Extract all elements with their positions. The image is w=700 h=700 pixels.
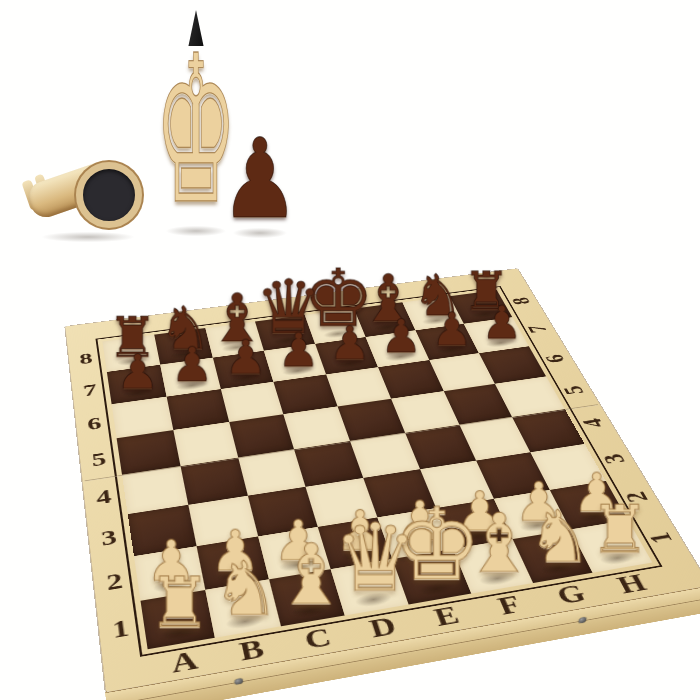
- rank-label-left-5: 5: [78, 439, 120, 481]
- black-pawn[interactable]: ♟: [171, 343, 214, 388]
- white-rook[interactable]: ♜: [590, 498, 650, 561]
- rank-label-left-4: 4: [82, 475, 125, 520]
- rank-label-left-1: 1: [97, 601, 146, 657]
- chessboard: ♜♞♝♛♚♝♞♜♟♟♟♟♟♟♟♟♟♟♟♟♟♟♟♟♜♞♝♛♚♝♞♜ ABCDEFG…: [65, 269, 700, 692]
- black-pawn[interactable]: ♟: [117, 350, 160, 396]
- square-c5[interactable]: [229, 414, 295, 457]
- white-rook[interactable]: ♜: [148, 569, 211, 636]
- rank-label-left-3: 3: [87, 514, 132, 562]
- square-c1[interactable]: ♝: [269, 569, 346, 626]
- square-a6[interactable]: [112, 396, 174, 438]
- product-photo: ♚ ♟ ♜♞♝♛♚♝♞♜♟♟♟♟♟♟♟♟♟♟♟♟♟♟♟♟♜♞♝♛♚♝♞♜ ABC…: [0, 0, 700, 700]
- square-b5[interactable]: [173, 422, 238, 466]
- black-pawn[interactable]: ♟: [277, 329, 319, 374]
- rank-label-left-2: 2: [92, 556, 139, 608]
- screw-icon: [235, 678, 244, 685]
- square-b1[interactable]: ♞: [205, 580, 280, 638]
- screw-icon: [578, 617, 586, 624]
- rank-label-left-8: 8: [67, 342, 105, 377]
- black-pawn[interactable]: ♟: [225, 336, 267, 381]
- square-e4[interactable]: [350, 433, 420, 478]
- rank-label-left-7: 7: [71, 372, 110, 409]
- black-pawn[interactable]: ♟: [329, 322, 371, 366]
- square-b6[interactable]: [166, 389, 228, 430]
- rank-label-left-6: 6: [74, 404, 114, 444]
- black-pawn[interactable]: ♟: [481, 302, 522, 345]
- square-f5[interactable]: [391, 391, 459, 432]
- black-pawn[interactable]: ♟: [431, 308, 472, 352]
- white-knight[interactable]: ♞: [528, 504, 592, 572]
- white-knight[interactable]: ♞: [213, 554, 280, 625]
- square-a4[interactable]: [122, 466, 188, 514]
- board-scene: ♜♞♝♛♚♝♞♜♟♟♟♟♟♟♟♟♟♟♟♟♟♟♟♟♜♞♝♛♚♝♞♜ ABCDEFG…: [0, 0, 700, 700]
- black-pawn[interactable]: ♟: [381, 315, 422, 359]
- square-f7[interactable]: ♟: [365, 330, 428, 367]
- white-bishop[interactable]: ♝: [274, 535, 349, 614]
